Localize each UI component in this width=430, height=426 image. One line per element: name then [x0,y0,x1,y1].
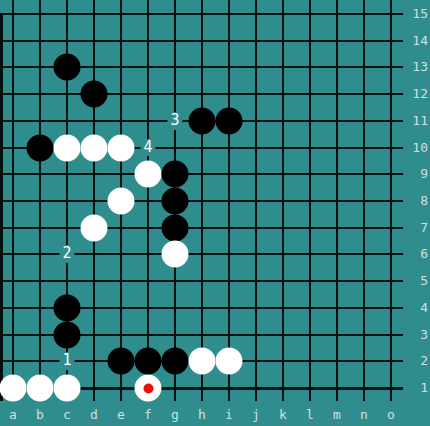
col-label-b: b [36,408,44,422]
stone-black-d12[interactable] [81,81,108,108]
move-label-2: 2 [59,246,74,264]
row-label-6: 6 [404,246,428,262]
col-label-e: e [117,408,125,422]
stone-white-e10[interactable] [108,134,135,161]
row-label-9: 9 [404,166,428,182]
row-label-3: 3 [404,327,428,343]
stone-black-g9[interactable] [162,161,189,188]
grid-line-vertical [282,0,284,401]
col-label-g: g [171,408,179,422]
stone-black-e2[interactable] [108,348,135,375]
stone-black-c13[interactable] [54,54,81,81]
stone-white-d10[interactable] [81,134,108,161]
grid-line-vertical [228,0,230,401]
stone-white-b1[interactable] [27,375,54,402]
go-board-diagram: 1234 abcdefghijklmno15141312111098765432… [0,0,430,426]
row-label-1: 1 [404,380,428,396]
col-label-m: m [333,408,341,422]
col-label-i: i [225,408,233,422]
grid-line-vertical [309,0,311,401]
stone-black-i11[interactable] [216,107,243,134]
move-label-1: 1 [59,352,74,370]
row-label-5: 5 [404,273,428,289]
board-edge-left [0,13,3,401]
stone-white-d7[interactable] [81,214,108,241]
stone-black-h11[interactable] [189,107,216,134]
col-label-d: d [90,408,98,422]
stone-white-f1[interactable] [135,375,162,402]
row-label-7: 7 [404,220,428,236]
col-label-h: h [198,408,206,422]
row-label-10: 10 [404,140,428,156]
row-label-2: 2 [404,353,428,369]
stone-black-g2[interactable] [162,348,189,375]
move-label-4: 4 [140,139,155,157]
col-label-n: n [360,408,368,422]
stone-white-g6[interactable] [162,241,189,268]
row-label-13: 13 [404,59,428,75]
row-label-12: 12 [404,86,428,102]
stone-black-c4[interactable] [54,294,81,321]
col-label-o: o [387,408,395,422]
row-label-11: 11 [404,113,428,129]
stone-black-c3[interactable] [54,321,81,348]
move-label-3: 3 [167,112,182,130]
grid-line-vertical [201,0,203,401]
stone-black-g7[interactable] [162,214,189,241]
col-label-k: k [279,408,287,422]
col-label-j: j [252,408,260,422]
stone-white-c1[interactable] [54,375,81,402]
stone-white-a1[interactable] [0,375,27,402]
col-label-a: a [9,408,17,422]
stone-black-g8[interactable] [162,188,189,215]
grid-line-vertical [147,0,149,401]
last-move-red-dot [143,383,153,393]
grid-line-vertical [363,0,365,401]
stone-white-f9[interactable] [135,161,162,188]
stone-black-f2[interactable] [135,348,162,375]
col-label-c: c [63,408,71,422]
col-label-l: l [306,408,314,422]
grid-line-vertical [255,0,257,401]
grid-line-vertical [336,0,338,401]
grid-line-vertical [12,0,14,401]
grid-line-vertical [39,0,41,401]
row-label-8: 8 [404,193,428,209]
stone-white-e8[interactable] [108,188,135,215]
row-label-14: 14 [404,33,428,49]
col-label-f: f [144,408,152,422]
row-label-15: 15 [404,6,428,22]
stone-white-i2[interactable] [216,348,243,375]
grid-line-vertical [390,0,392,401]
stone-white-c10[interactable] [54,134,81,161]
grid-line-vertical [93,0,95,401]
stone-black-b10[interactable] [27,134,54,161]
row-label-4: 4 [404,300,428,316]
stone-white-h2[interactable] [189,348,216,375]
